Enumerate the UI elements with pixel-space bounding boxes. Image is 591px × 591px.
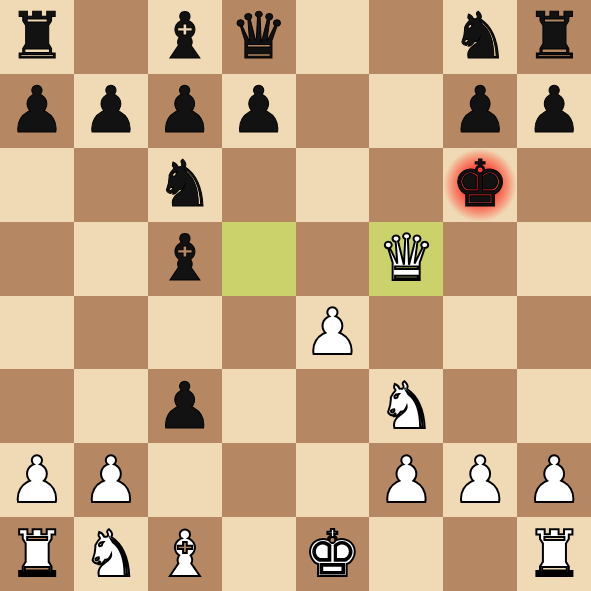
square-f6[interactable] <box>369 148 443 222</box>
white-rook[interactable]: ♜ <box>8 518 65 591</box>
square-b1[interactable]: ♞ <box>74 517 148 591</box>
square-g4[interactable] <box>443 296 517 370</box>
black-pawn[interactable]: ♟ <box>525 74 582 147</box>
white-bishop[interactable]: ♝ <box>156 518 213 591</box>
square-f5[interactable]: ♛ <box>369 222 443 296</box>
square-f8[interactable] <box>369 0 443 74</box>
square-d8[interactable]: ♛ <box>222 0 296 74</box>
chess-board: ♜♝♛♞♜♟♟♟♟♟♟♞♚♝♛♟♟♞♟♟♟♟♟♜♞♝♚♜ <box>0 0 591 591</box>
square-f3[interactable]: ♞ <box>369 369 443 443</box>
square-b7[interactable]: ♟ <box>74 74 148 148</box>
white-rook[interactable]: ♜ <box>525 518 582 591</box>
black-pawn[interactable]: ♟ <box>8 74 65 147</box>
square-f7[interactable] <box>369 74 443 148</box>
square-f2[interactable]: ♟ <box>369 443 443 517</box>
square-g5[interactable] <box>443 222 517 296</box>
square-a2[interactable]: ♟ <box>0 443 74 517</box>
square-d4[interactable] <box>222 296 296 370</box>
white-pawn[interactable]: ♟ <box>8 444 65 517</box>
black-knight[interactable]: ♞ <box>452 0 509 73</box>
square-a8[interactable]: ♜ <box>0 0 74 74</box>
square-c5[interactable]: ♝ <box>148 222 222 296</box>
square-f1[interactable] <box>369 517 443 591</box>
black-queen[interactable]: ♛ <box>230 0 287 73</box>
white-knight[interactable]: ♞ <box>378 370 435 443</box>
square-g3[interactable] <box>443 369 517 443</box>
black-king[interactable]: ♚ <box>452 148 509 221</box>
black-knight[interactable]: ♞ <box>156 148 213 221</box>
white-pawn[interactable]: ♟ <box>82 444 139 517</box>
black-pawn[interactable]: ♟ <box>452 74 509 147</box>
square-c3[interactable]: ♟ <box>148 369 222 443</box>
white-pawn[interactable]: ♟ <box>452 444 509 517</box>
square-h8[interactable]: ♜ <box>517 0 591 74</box>
square-a7[interactable]: ♟ <box>0 74 74 148</box>
square-e5[interactable] <box>296 222 370 296</box>
square-g2[interactable]: ♟ <box>443 443 517 517</box>
white-pawn[interactable]: ♟ <box>525 444 582 517</box>
square-g1[interactable] <box>443 517 517 591</box>
square-e6[interactable] <box>296 148 370 222</box>
square-e7[interactable] <box>296 74 370 148</box>
square-d2[interactable] <box>222 443 296 517</box>
white-king[interactable]: ♚ <box>304 518 361 591</box>
square-f4[interactable] <box>369 296 443 370</box>
white-pawn[interactable]: ♟ <box>378 444 435 517</box>
black-pawn[interactable]: ♟ <box>82 74 139 147</box>
white-queen[interactable]: ♛ <box>378 222 435 295</box>
square-d7[interactable]: ♟ <box>222 74 296 148</box>
square-b5[interactable] <box>74 222 148 296</box>
black-pawn[interactable]: ♟ <box>156 370 213 443</box>
square-b6[interactable] <box>74 148 148 222</box>
square-c4[interactable] <box>148 296 222 370</box>
square-a1[interactable]: ♜ <box>0 517 74 591</box>
square-g8[interactable]: ♞ <box>443 0 517 74</box>
square-h2[interactable]: ♟ <box>517 443 591 517</box>
square-d1[interactable] <box>222 517 296 591</box>
square-h3[interactable] <box>517 369 591 443</box>
black-rook[interactable]: ♜ <box>8 0 65 73</box>
square-c6[interactable]: ♞ <box>148 148 222 222</box>
square-a4[interactable] <box>0 296 74 370</box>
square-h1[interactable]: ♜ <box>517 517 591 591</box>
square-h4[interactable] <box>517 296 591 370</box>
black-rook[interactable]: ♜ <box>525 0 582 73</box>
square-e3[interactable] <box>296 369 370 443</box>
white-pawn[interactable]: ♟ <box>304 296 361 369</box>
black-bishop[interactable]: ♝ <box>156 0 213 73</box>
black-pawn[interactable]: ♟ <box>156 74 213 147</box>
square-b8[interactable] <box>74 0 148 74</box>
square-a3[interactable] <box>0 369 74 443</box>
square-b2[interactable]: ♟ <box>74 443 148 517</box>
square-b4[interactable] <box>74 296 148 370</box>
white-knight[interactable]: ♞ <box>82 518 139 591</box>
square-h7[interactable]: ♟ <box>517 74 591 148</box>
square-h6[interactable] <box>517 148 591 222</box>
black-bishop[interactable]: ♝ <box>156 222 213 295</box>
square-e1[interactable]: ♚ <box>296 517 370 591</box>
square-d3[interactable] <box>222 369 296 443</box>
black-pawn[interactable]: ♟ <box>230 74 287 147</box>
square-b3[interactable] <box>74 369 148 443</box>
square-g6[interactable]: ♚ <box>443 148 517 222</box>
square-e8[interactable] <box>296 0 370 74</box>
square-h5[interactable] <box>517 222 591 296</box>
square-e2[interactable] <box>296 443 370 517</box>
square-c7[interactable]: ♟ <box>148 74 222 148</box>
square-d6[interactable] <box>222 148 296 222</box>
square-c1[interactable]: ♝ <box>148 517 222 591</box>
square-g7[interactable]: ♟ <box>443 74 517 148</box>
square-c8[interactable]: ♝ <box>148 0 222 74</box>
square-a6[interactable] <box>0 148 74 222</box>
square-c2[interactable] <box>148 443 222 517</box>
square-e4[interactable]: ♟ <box>296 296 370 370</box>
square-d5[interactable] <box>222 222 296 296</box>
square-a5[interactable] <box>0 222 74 296</box>
